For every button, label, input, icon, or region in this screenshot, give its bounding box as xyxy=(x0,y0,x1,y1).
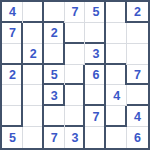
cell-r3c6[interactable] xyxy=(106,44,127,65)
given-digit: 3 xyxy=(51,89,58,103)
cell-r7c6[interactable] xyxy=(106,127,127,148)
given-digit: 7 xyxy=(51,131,58,145)
cell-r1c3[interactable] xyxy=(44,2,65,23)
given-digit: 7 xyxy=(72,5,79,19)
cell-r3c5[interactable]: 3 xyxy=(85,44,106,65)
cell-r1c4[interactable]: 7 xyxy=(65,2,86,23)
given-digit: 7 xyxy=(9,26,16,40)
given-digit: 6 xyxy=(92,68,99,82)
cell-r5c4[interactable] xyxy=(65,85,86,106)
given-digit: 2 xyxy=(30,47,37,61)
puzzle-page: 47527223256734745736 xyxy=(0,0,150,150)
cell-r3c2[interactable]: 2 xyxy=(23,44,44,65)
cell-r4c7[interactable]: 7 xyxy=(127,65,148,86)
cell-r4c4[interactable] xyxy=(65,65,86,86)
cell-r2c2[interactable] xyxy=(23,23,44,44)
given-digit: 2 xyxy=(134,5,141,19)
cell-r7c4[interactable]: 3 xyxy=(65,127,86,148)
cell-r5c5[interactable] xyxy=(85,85,106,106)
cell-r7c5[interactable] xyxy=(85,127,106,148)
cell-r2c6[interactable] xyxy=(106,23,127,44)
cell-r3c1[interactable] xyxy=(2,44,23,65)
cell-r1c1[interactable]: 4 xyxy=(2,2,23,23)
cell-r7c3[interactable]: 7 xyxy=(44,127,65,148)
cell-r6c3[interactable] xyxy=(44,106,65,127)
cell-r5c3[interactable]: 3 xyxy=(44,85,65,106)
cell-r4c5[interactable]: 6 xyxy=(85,65,106,86)
given-digit: 2 xyxy=(51,26,58,40)
puzzle-board: 47527223256734745736 xyxy=(0,0,150,150)
given-digit: 7 xyxy=(92,110,99,124)
cell-r7c1[interactable]: 5 xyxy=(2,127,23,148)
given-digit: 7 xyxy=(134,68,141,82)
cell-r2c5[interactable] xyxy=(85,23,106,44)
cell-r3c3[interactable] xyxy=(44,44,65,65)
given-digit: 3 xyxy=(92,47,99,61)
cell-r6c6[interactable] xyxy=(106,106,127,127)
cell-r1c6[interactable] xyxy=(106,2,127,23)
cell-r5c7[interactable] xyxy=(127,85,148,106)
cell-r6c4[interactable] xyxy=(65,106,86,127)
cell-r4c1[interactable]: 2 xyxy=(2,65,23,86)
given-digit: 2 xyxy=(9,68,16,82)
given-digit: 5 xyxy=(9,131,16,145)
cell-r3c4[interactable] xyxy=(65,44,86,65)
cell-r2c3[interactable]: 2 xyxy=(44,23,65,44)
cell-r2c4[interactable] xyxy=(65,23,86,44)
cell-r3c7[interactable] xyxy=(127,44,148,65)
cell-r2c1[interactable]: 7 xyxy=(2,23,23,44)
cell-r4c6[interactable] xyxy=(106,65,127,86)
given-digit: 4 xyxy=(9,5,16,19)
given-digit: 4 xyxy=(113,89,120,103)
cell-r6c5[interactable]: 7 xyxy=(85,106,106,127)
cell-r1c5[interactable]: 5 xyxy=(85,2,106,23)
cell-r6c7[interactable]: 4 xyxy=(127,106,148,127)
cell-r1c7[interactable]: 2 xyxy=(127,2,148,23)
cell-r4c2[interactable] xyxy=(23,65,44,86)
given-digit: 4 xyxy=(134,110,141,124)
cell-r6c1[interactable] xyxy=(2,106,23,127)
given-digit: 5 xyxy=(92,5,99,19)
cell-r5c2[interactable] xyxy=(23,85,44,106)
cell-r7c7[interactable]: 6 xyxy=(127,127,148,148)
cell-r7c2[interactable] xyxy=(23,127,44,148)
cell-r4c3[interactable]: 5 xyxy=(44,65,65,86)
cell-r1c2[interactable] xyxy=(23,2,44,23)
given-digit: 3 xyxy=(72,131,79,145)
cell-r5c1[interactable] xyxy=(2,85,23,106)
cell-r5c6[interactable]: 4 xyxy=(106,85,127,106)
given-digit: 5 xyxy=(51,68,58,82)
cell-r2c7[interactable] xyxy=(127,23,148,44)
cell-r6c2[interactable] xyxy=(23,106,44,127)
given-digit: 6 xyxy=(134,131,141,145)
